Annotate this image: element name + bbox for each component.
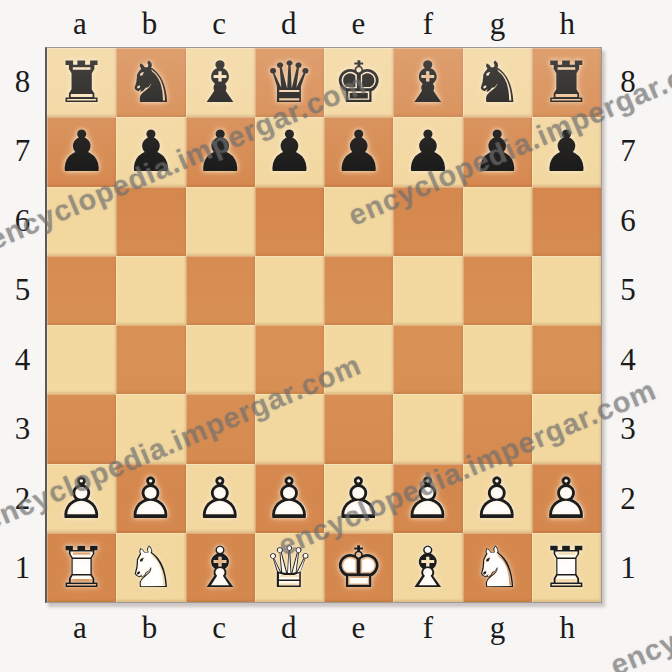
square-a3[interactable] [47,394,116,463]
square-e5[interactable] [324,256,393,325]
rank-label-left-2: 2 [0,464,45,534]
rank-label-right-2: 2 [602,464,654,534]
square-e3[interactable] [324,394,393,463]
black-bishop-c8[interactable]: ♝ [186,48,255,117]
white-pawn-f2[interactable]: ♙ [393,464,462,533]
rank-label-right-3: 3 [602,395,654,465]
square-a2[interactable]: ♙ [47,464,116,533]
white-pawn-d2[interactable]: ♙ [255,464,324,533]
rank-label-left-7: 7 [0,117,45,187]
file-label-bottom-b: b [115,603,185,653]
square-a6[interactable] [47,187,116,256]
square-f3[interactable] [393,394,462,463]
square-g2[interactable]: ♙ [463,464,532,533]
file-labels-bottom: abcdefgh [45,603,602,653]
square-c7[interactable]: ♟ [186,117,255,186]
black-knight-g8[interactable]: ♞ [463,48,532,117]
file-labels-top: abcdefgh [45,0,602,47]
rank-label-left-8: 8 [0,47,45,117]
square-a7[interactable]: ♟ [47,117,116,186]
square-g3[interactable] [463,394,532,463]
square-c3[interactable] [186,394,255,463]
square-e6[interactable] [324,187,393,256]
white-pawn-a2[interactable]: ♙ [47,464,116,533]
file-label-bottom-h: h [532,603,602,653]
white-pawn-b2[interactable]: ♙ [116,464,185,533]
black-bishop-f8[interactable]: ♝ [393,48,462,117]
file-label-top-a: a [45,0,115,47]
rank-label-right-6: 6 [602,186,654,256]
square-d7[interactable]: ♟ [255,117,324,186]
square-f7[interactable]: ♟ [393,117,462,186]
square-b1[interactable]: ♘ [116,533,185,602]
square-d5[interactable] [255,256,324,325]
file-label-bottom-d: d [254,603,324,653]
file-label-bottom-f: f [393,603,463,653]
square-c6[interactable] [186,187,255,256]
white-knight-g1[interactable]: ♘ [463,533,532,602]
white-rook-h1[interactable]: ♖ [532,533,601,602]
black-knight-b8[interactable]: ♞ [116,48,185,117]
black-king-e8[interactable]: ♚ [324,48,393,117]
square-e7[interactable]: ♟ [324,117,393,186]
rank-label-left-1: 1 [0,534,45,604]
square-h6[interactable] [532,187,601,256]
rank-label-right-1: 1 [602,534,654,604]
chess-diagram-page: ♜♞♝♛♚♝♞♜♟♟♟♟♟♟♟♟♙♙♙♙♙♙♙♙♖♘♗♕♔♗♘♖ abcdefg… [0,0,672,672]
rank-label-right-4: 4 [602,325,654,395]
rank-label-right-7: 7 [602,117,654,187]
white-bishop-f1[interactable]: ♗ [393,533,462,602]
white-pawn-g2[interactable]: ♙ [463,464,532,533]
square-c1[interactable]: ♗ [186,533,255,602]
white-knight-b1[interactable]: ♘ [116,533,185,602]
rank-labels-right: 87654321 [602,47,654,603]
black-pawn-d7[interactable]: ♟ [255,117,324,186]
white-pawn-c2[interactable]: ♙ [186,464,255,533]
square-e4[interactable] [324,325,393,394]
square-c5[interactable] [186,256,255,325]
square-e8[interactable]: ♚ [324,48,393,117]
rank-label-left-5: 5 [0,256,45,326]
black-pawn-a7[interactable]: ♟ [47,117,116,186]
square-h4[interactable] [532,325,601,394]
file-label-top-e: e [324,0,394,47]
square-g8[interactable]: ♞ [463,48,532,117]
black-pawn-e7[interactable]: ♟ [324,117,393,186]
square-b3[interactable] [116,394,185,463]
square-b7[interactable]: ♟ [116,117,185,186]
square-g7[interactable]: ♟ [463,117,532,186]
file-label-top-h: h [532,0,602,47]
chess-board: ♜♞♝♛♚♝♞♜♟♟♟♟♟♟♟♟♙♙♙♙♙♙♙♙♖♘♗♕♔♗♘♖ [45,47,602,603]
square-c8[interactable]: ♝ [186,48,255,117]
square-a8[interactable]: ♜ [47,48,116,117]
square-h5[interactable] [532,256,601,325]
white-pawn-e2[interactable]: ♙ [324,464,393,533]
square-d4[interactable] [255,325,324,394]
rank-labels-left: 87654321 [0,47,45,603]
black-pawn-f7[interactable]: ♟ [393,117,462,186]
square-b2[interactable]: ♙ [116,464,185,533]
square-h1[interactable]: ♖ [532,533,601,602]
file-label-bottom-c: c [184,603,254,653]
rank-label-right-8: 8 [602,47,654,117]
square-g4[interactable] [463,325,532,394]
square-f5[interactable] [393,256,462,325]
square-d6[interactable] [255,187,324,256]
square-g5[interactable] [463,256,532,325]
square-h3[interactable] [532,394,601,463]
file-label-bottom-a: a [45,603,115,653]
rank-label-left-3: 3 [0,395,45,465]
square-d3[interactable] [255,394,324,463]
file-label-top-b: b [115,0,185,47]
white-rook-a1[interactable]: ♖ [47,533,116,602]
square-f1[interactable]: ♗ [393,533,462,602]
square-h8[interactable]: ♜ [532,48,601,117]
square-h7[interactable]: ♟ [532,117,601,186]
white-pawn-h2[interactable]: ♙ [532,464,601,533]
file-label-top-f: f [393,0,463,47]
white-queen-d1[interactable]: ♕ [255,533,324,602]
rank-label-right-5: 5 [602,256,654,326]
square-a4[interactable] [47,325,116,394]
square-b8[interactable]: ♞ [116,48,185,117]
square-g6[interactable] [463,187,532,256]
rank-label-left-6: 6 [0,186,45,256]
white-bishop-c1[interactable]: ♗ [186,533,255,602]
square-d8[interactable]: ♛ [255,48,324,117]
black-pawn-g7[interactable]: ♟ [463,117,532,186]
black-queen-d8[interactable]: ♛ [255,48,324,117]
square-b4[interactable] [116,325,185,394]
square-f8[interactable]: ♝ [393,48,462,117]
square-c4[interactable] [186,325,255,394]
square-e2[interactable]: ♙ [324,464,393,533]
file-label-bottom-e: e [324,603,394,653]
square-d1[interactable]: ♕ [255,533,324,602]
square-a5[interactable] [47,256,116,325]
black-rook-a8[interactable]: ♜ [47,48,116,117]
square-d2[interactable]: ♙ [255,464,324,533]
file-label-bottom-g: g [463,603,533,653]
square-h2[interactable]: ♙ [532,464,601,533]
black-pawn-h7[interactable]: ♟ [532,117,601,186]
white-king-e1[interactable]: ♔ [324,533,393,602]
square-f2[interactable]: ♙ [393,464,462,533]
rank-label-left-4: 4 [0,325,45,395]
black-rook-h8[interactable]: ♜ [532,48,601,117]
square-g1[interactable]: ♘ [463,533,532,602]
square-e1[interactable]: ♔ [324,533,393,602]
square-f6[interactable] [393,187,462,256]
square-c2[interactable]: ♙ [186,464,255,533]
square-f4[interactable] [393,325,462,394]
file-label-top-c: c [184,0,254,47]
square-a1[interactable]: ♖ [47,533,116,602]
black-pawn-b7[interactable]: ♟ [116,117,185,186]
file-label-top-g: g [463,0,533,47]
square-b5[interactable] [116,256,185,325]
file-label-top-d: d [254,0,324,47]
black-pawn-c7[interactable]: ♟ [186,117,255,186]
square-b6[interactable] [116,187,185,256]
